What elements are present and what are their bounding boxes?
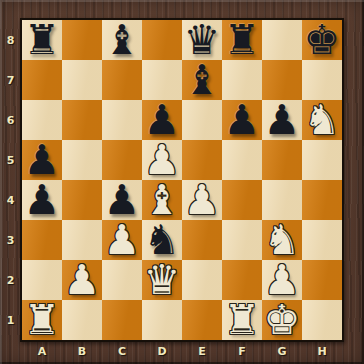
rank-label-6: 6: [2, 100, 19, 140]
piece-black-pawn[interactable]: ♟: [222, 100, 262, 140]
square-f4[interactable]: [222, 180, 262, 220]
square-h3[interactable]: [302, 220, 342, 260]
square-f3[interactable]: [222, 220, 262, 260]
file-label-d: D: [142, 343, 182, 360]
square-a3[interactable]: [22, 220, 62, 260]
file-label-g: G: [262, 343, 302, 360]
square-a4[interactable]: ♟: [22, 180, 62, 220]
square-c7[interactable]: [102, 60, 142, 100]
square-f6[interactable]: ♟: [222, 100, 262, 140]
square-d2[interactable]: ♛: [142, 260, 182, 300]
file-label-b: B: [62, 343, 102, 360]
square-e7[interactable]: ♝: [182, 60, 222, 100]
piece-black-rook[interactable]: ♜: [22, 20, 62, 60]
square-a7[interactable]: [22, 60, 62, 100]
square-g6[interactable]: ♟: [262, 100, 302, 140]
piece-white-rook[interactable]: ♜: [222, 300, 262, 340]
square-h2[interactable]: [302, 260, 342, 300]
rank-labels: 87654321: [2, 20, 19, 340]
square-f7[interactable]: [222, 60, 262, 100]
piece-white-pawn[interactable]: ♟: [62, 260, 102, 300]
square-b7[interactable]: [62, 60, 102, 100]
piece-black-pawn[interactable]: ♟: [22, 180, 62, 220]
square-e4[interactable]: ♟: [182, 180, 222, 220]
piece-black-bishop[interactable]: ♝: [102, 20, 142, 60]
square-a5[interactable]: ♟: [22, 140, 62, 180]
square-a2[interactable]: [22, 260, 62, 300]
square-h1[interactable]: [302, 300, 342, 340]
rank-label-8: 8: [2, 20, 19, 60]
square-d4[interactable]: ♝: [142, 180, 182, 220]
square-e8[interactable]: ♛: [182, 20, 222, 60]
piece-white-bishop[interactable]: ♝: [142, 180, 182, 220]
square-d8[interactable]: [142, 20, 182, 60]
square-c1[interactable]: [102, 300, 142, 340]
rank-label-4: 4: [2, 180, 19, 220]
square-a8[interactable]: ♜: [22, 20, 62, 60]
square-b5[interactable]: [62, 140, 102, 180]
square-c8[interactable]: ♝: [102, 20, 142, 60]
square-f2[interactable]: [222, 260, 262, 300]
square-f5[interactable]: [222, 140, 262, 180]
square-a1[interactable]: ♜: [22, 300, 62, 340]
square-b6[interactable]: [62, 100, 102, 140]
square-e5[interactable]: [182, 140, 222, 180]
square-h6[interactable]: ♞: [302, 100, 342, 140]
file-label-a: A: [22, 343, 62, 360]
square-b3[interactable]: [62, 220, 102, 260]
square-c6[interactable]: [102, 100, 142, 140]
square-f1[interactable]: ♜: [222, 300, 262, 340]
square-c4[interactable]: ♟: [102, 180, 142, 220]
square-g3[interactable]: ♞: [262, 220, 302, 260]
square-h8[interactable]: ♚: [302, 20, 342, 60]
square-e6[interactable]: [182, 100, 222, 140]
piece-white-pawn[interactable]: ♟: [142, 140, 182, 180]
square-d7[interactable]: [142, 60, 182, 100]
square-a6[interactable]: [22, 100, 62, 140]
file-label-f: F: [222, 343, 262, 360]
square-e2[interactable]: [182, 260, 222, 300]
piece-white-rook[interactable]: ♜: [22, 300, 62, 340]
file-label-e: E: [182, 343, 222, 360]
piece-black-rook[interactable]: ♜: [222, 20, 262, 60]
square-g7[interactable]: [262, 60, 302, 100]
square-g8[interactable]: [262, 20, 302, 60]
piece-white-pawn[interactable]: ♟: [182, 180, 222, 220]
square-g2[interactable]: ♟: [262, 260, 302, 300]
square-g1[interactable]: ♚: [262, 300, 302, 340]
piece-white-queen[interactable]: ♛: [142, 260, 182, 300]
chessboard-widget: 87654321 ♜♝♛♜♚♝♟♟♟♞♟♟♟♟♝♟♟♞♞♟♛♟♜♜♚ ABCDE…: [0, 0, 364, 364]
piece-white-knight[interactable]: ♞: [262, 220, 302, 260]
piece-black-pawn[interactable]: ♟: [22, 140, 62, 180]
square-b8[interactable]: [62, 20, 102, 60]
square-e3[interactable]: [182, 220, 222, 260]
piece-black-pawn[interactable]: ♟: [102, 180, 142, 220]
square-g5[interactable]: [262, 140, 302, 180]
square-d1[interactable]: [142, 300, 182, 340]
square-b1[interactable]: [62, 300, 102, 340]
piece-white-pawn[interactable]: ♟: [262, 260, 302, 300]
square-f8[interactable]: ♜: [222, 20, 262, 60]
square-c2[interactable]: [102, 260, 142, 300]
file-label-h: H: [302, 343, 342, 360]
square-c5[interactable]: [102, 140, 142, 180]
square-c3[interactable]: ♟: [102, 220, 142, 260]
chess-board: ♜♝♛♜♚♝♟♟♟♞♟♟♟♟♝♟♟♞♞♟♛♟♜♜♚: [20, 18, 344, 342]
file-label-c: C: [102, 343, 142, 360]
piece-white-pawn[interactable]: ♟: [102, 220, 142, 260]
rank-label-5: 5: [2, 140, 19, 180]
rank-label-7: 7: [2, 60, 19, 100]
square-h5[interactable]: [302, 140, 342, 180]
piece-white-knight[interactable]: ♞: [302, 100, 342, 140]
square-d6[interactable]: ♟: [142, 100, 182, 140]
square-b4[interactable]: [62, 180, 102, 220]
piece-black-king[interactable]: ♚: [302, 20, 342, 60]
square-h4[interactable]: [302, 180, 342, 220]
piece-white-king[interactable]: ♚: [262, 300, 302, 340]
square-d3[interactable]: ♞: [142, 220, 182, 260]
file-labels: ABCDEFGH: [22, 343, 342, 360]
square-d5[interactable]: ♟: [142, 140, 182, 180]
piece-black-bishop[interactable]: ♝: [182, 60, 222, 100]
piece-black-queen[interactable]: ♛: [182, 20, 222, 60]
rank-label-1: 1: [2, 300, 19, 340]
square-h7[interactable]: [302, 60, 342, 100]
rank-label-2: 2: [2, 260, 19, 300]
piece-black-knight[interactable]: ♞: [142, 220, 182, 260]
square-e1[interactable]: [182, 300, 222, 340]
rank-label-3: 3: [2, 220, 19, 260]
square-b2[interactable]: ♟: [62, 260, 102, 300]
piece-black-pawn[interactable]: ♟: [262, 100, 302, 140]
piece-black-pawn[interactable]: ♟: [142, 100, 182, 140]
square-g4[interactable]: [262, 180, 302, 220]
